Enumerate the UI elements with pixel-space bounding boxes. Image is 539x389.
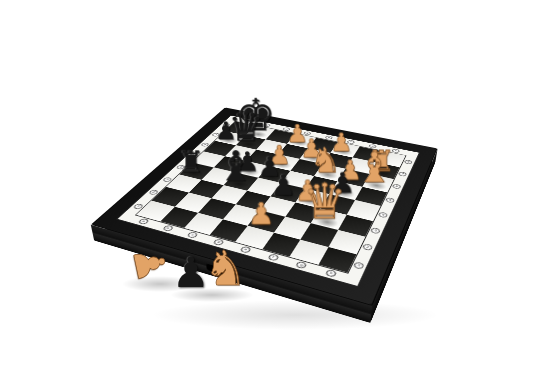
standing-white-knight: ♞ — [204, 244, 247, 292]
product-photo: abcdefgh abcdefgh 87654321 87654321 ♚♟♟♟… — [0, 0, 539, 389]
white-bishop-h6: ♝ — [356, 147, 393, 189]
black-pawn-e4: ♟ — [271, 171, 296, 199]
square-h6: ♝ — [362, 174, 394, 192]
coordinate-marker: 1 — [353, 261, 365, 269]
coordinate-marker: 7 — [398, 171, 408, 176]
square-h1 — [318, 247, 357, 273]
coordinate-marker: 8 — [404, 159, 413, 164]
coordinate-marker: 5 — [385, 197, 395, 203]
white-pawn-e2: ♟ — [248, 198, 275, 228]
black-bishop-c4: ♝ — [217, 146, 254, 187]
black-rook-a4: ♜ — [178, 147, 204, 176]
coordinate-marker: 2 — [362, 244, 374, 252]
white-queen-g3: ♛ — [303, 177, 347, 226]
coordinate-marker: 3 — [370, 227, 381, 234]
coordinate-marker: 4 — [378, 212, 389, 219]
